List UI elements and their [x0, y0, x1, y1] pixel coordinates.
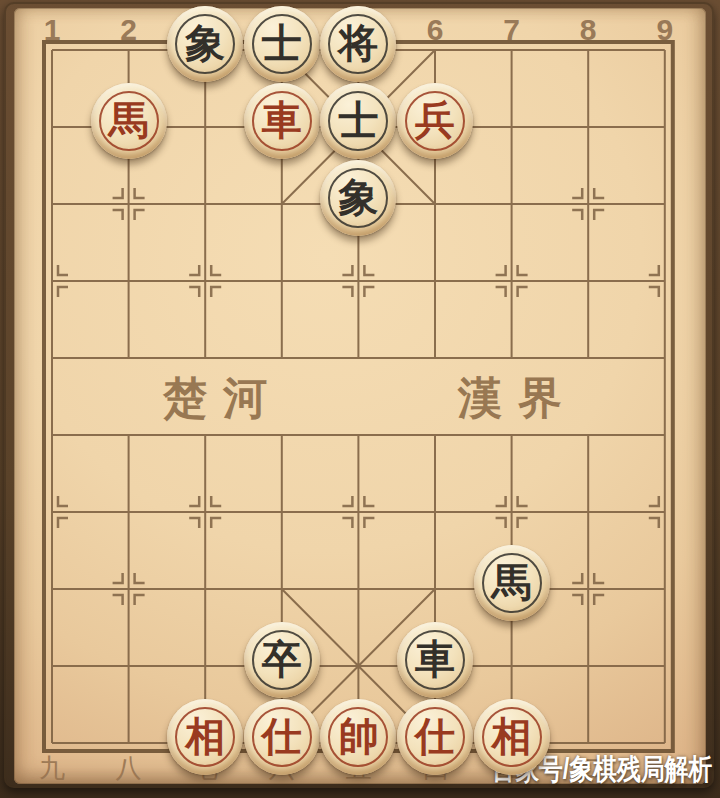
bottom-coord-1: 九: [30, 751, 74, 786]
piece-red-車[interactable]: 車: [244, 83, 320, 159]
piece-black-士[interactable]: 士: [320, 83, 396, 159]
river-label-right: 漢界: [415, 372, 605, 424]
piece-red-仕[interactable]: 仕: [397, 699, 473, 775]
piece-character: 士: [338, 100, 378, 140]
piece-character: 卒: [262, 639, 302, 679]
piece-character: 馬: [492, 562, 532, 602]
piece-character: 仕: [415, 716, 455, 756]
piece-black-将[interactable]: 将: [320, 6, 396, 82]
piece-red-馬[interactable]: 馬: [91, 83, 167, 159]
piece-character: 車: [415, 639, 455, 679]
top-coord-1: 1: [30, 13, 74, 47]
top-coord-9: 9: [643, 13, 687, 47]
piece-character: 馬: [109, 100, 149, 140]
piece-red-相[interactable]: 相: [167, 699, 243, 775]
piece-red-帥[interactable]: 帥: [320, 699, 396, 775]
piece-character: 仕: [262, 716, 302, 756]
piece-character: 将: [338, 23, 378, 63]
bottom-coord-2: 八: [107, 751, 151, 786]
top-coord-8: 8: [566, 13, 610, 47]
piece-black-象[interactable]: 象: [167, 6, 243, 82]
piece-character: 象: [185, 23, 225, 63]
top-coord-2: 2: [107, 13, 151, 47]
river-label-left: 楚河: [120, 372, 310, 424]
piece-character: 士: [262, 23, 302, 63]
piece-red-仕[interactable]: 仕: [244, 699, 320, 775]
piece-character: 帥: [338, 716, 378, 756]
piece-character: 象: [338, 177, 378, 217]
piece-character: 兵: [415, 100, 455, 140]
piece-red-兵[interactable]: 兵: [397, 83, 473, 159]
piece-character: 車: [262, 100, 302, 140]
top-coord-6: 6: [413, 13, 457, 47]
xiangqi-app: 123456789 九八七六五四三二一 楚河 漢界 象士将馬車士兵象馬卒車相仕帥…: [0, 0, 720, 798]
top-coord-7: 7: [490, 13, 534, 47]
piece-black-象[interactable]: 象: [320, 160, 396, 236]
piece-character: 相: [185, 716, 225, 756]
piece-black-車[interactable]: 車: [397, 622, 473, 698]
piece-black-卒[interactable]: 卒: [244, 622, 320, 698]
piece-black-馬[interactable]: 馬: [474, 545, 550, 621]
piece-black-士[interactable]: 士: [244, 6, 320, 82]
piece-character: 相: [492, 716, 532, 756]
piece-red-相[interactable]: 相: [474, 699, 550, 775]
